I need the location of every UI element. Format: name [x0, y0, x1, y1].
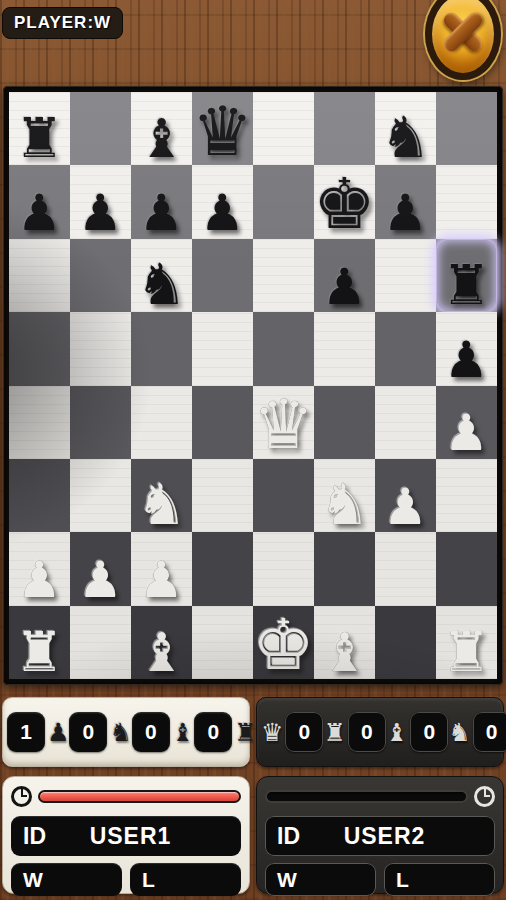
square-b4[interactable]: [70, 386, 131, 459]
piece-black-pawn[interactable]: ♟: [139, 190, 184, 238]
square-d4[interactable]: [192, 386, 253, 459]
bishop-icon: ♝: [386, 720, 408, 745]
square-c5[interactable]: [131, 312, 192, 385]
square-b6[interactable]: [70, 239, 131, 312]
wins-field-black: W: [265, 863, 376, 896]
square-e8[interactable]: [253, 92, 314, 165]
piece-white-rook[interactable]: ♜: [15, 626, 64, 678]
square-f5[interactable]: [314, 312, 375, 385]
square-g3[interactable]: ♟: [375, 459, 436, 532]
square-h4[interactable]: ♟: [436, 386, 497, 459]
square-g8[interactable]: ♞: [375, 92, 436, 165]
queen-icon: ♛: [261, 720, 283, 745]
captured-count-knight: 0: [69, 712, 107, 752]
losses-field-white: L: [130, 863, 241, 896]
square-e5[interactable]: [253, 312, 314, 385]
square-d5[interactable]: [192, 312, 253, 385]
square-a6[interactable]: [9, 239, 70, 312]
square-h7[interactable]: [436, 165, 497, 238]
square-f8[interactable]: [314, 92, 375, 165]
square-e3[interactable]: [253, 459, 314, 532]
pawn-icon: ♟: [47, 720, 69, 745]
square-c3[interactable]: ♞: [131, 459, 192, 532]
square-d6[interactable]: [192, 239, 253, 312]
square-g5[interactable]: [375, 312, 436, 385]
bishop-icon: ♝: [172, 720, 194, 745]
piece-white-king[interactable]: ♚: [252, 612, 315, 679]
square-a7[interactable]: ♟: [9, 165, 70, 238]
square-b5[interactable]: [70, 312, 131, 385]
square-b2[interactable]: ♟: [70, 532, 131, 605]
wins-field-white: W: [11, 863, 122, 896]
square-g7[interactable]: ♟: [375, 165, 436, 238]
player-panel-white: ID USER1 W L: [2, 776, 250, 894]
captured-count-bishop: 0: [132, 712, 170, 752]
piece-white-pawn[interactable]: ♟: [383, 484, 428, 532]
piece-black-pawn[interactable]: ♟: [200, 190, 245, 238]
timer-bar-white: [38, 790, 241, 803]
square-g6[interactable]: [375, 239, 436, 312]
square-a5[interactable]: [9, 312, 70, 385]
captured-count-rook: 0: [348, 712, 386, 752]
square-d7[interactable]: ♟: [192, 165, 253, 238]
piece-black-pawn[interactable]: ♟: [444, 337, 489, 385]
piece-white-bishop[interactable]: ♝: [138, 628, 186, 678]
piece-black-pawn[interactable]: ♟: [17, 190, 62, 238]
captured-counter-knight: ♞0: [448, 712, 506, 752]
square-a4[interactable]: [9, 386, 70, 459]
square-d3[interactable]: [192, 459, 253, 532]
rook-icon: ♜: [323, 720, 345, 745]
piece-white-rook[interactable]: ♜: [442, 626, 491, 678]
square-c2[interactable]: ♟: [131, 532, 192, 605]
id-label: ID: [277, 823, 300, 850]
piece-black-pawn[interactable]: ♟: [322, 264, 367, 312]
square-e7[interactable]: [253, 165, 314, 238]
square-a8[interactable]: ♜: [9, 92, 70, 165]
captured-counter-queen: ♛0: [261, 712, 323, 752]
piece-black-bishop[interactable]: ♝: [138, 114, 186, 164]
piece-black-knight[interactable]: ♞: [380, 110, 431, 164]
player-name: USER2: [300, 823, 469, 850]
chess-board-frame: ♜♝♛♞♟♟♟♟♚♟♞♟♜♟♛♟♞♞♟♟♟♟♜♝♚♝♜: [3, 86, 503, 685]
square-d2[interactable]: [192, 532, 253, 605]
piece-black-rook[interactable]: ♜: [442, 259, 491, 311]
square-e4[interactable]: ♛: [253, 386, 314, 459]
rook-icon: ♜: [234, 720, 256, 745]
piece-black-pawn[interactable]: ♟: [78, 190, 123, 238]
captured-tray-black-player: ♛0♜0♝0♞0♟1: [256, 697, 504, 767]
square-c4[interactable]: [131, 386, 192, 459]
square-c7[interactable]: ♟: [131, 165, 192, 238]
square-c6[interactable]: ♞: [131, 239, 192, 312]
piece-black-king[interactable]: ♚: [313, 171, 376, 238]
square-b1[interactable]: [70, 606, 131, 679]
square-f2[interactable]: [314, 532, 375, 605]
clock-icon: [474, 786, 495, 807]
captured-counter-bishop: 0♝: [132, 712, 194, 752]
player-name: USER1: [46, 823, 215, 850]
knight-icon: ♞: [109, 720, 131, 745]
piece-white-knight[interactable]: ♞: [136, 477, 187, 531]
square-a3[interactable]: [9, 459, 70, 532]
id-field-black: ID USER2: [265, 816, 495, 856]
square-e2[interactable]: [253, 532, 314, 605]
square-g4[interactable]: [375, 386, 436, 459]
square-h8[interactable]: [436, 92, 497, 165]
captured-count-pawn: 1: [7, 712, 45, 752]
square-b3[interactable]: [70, 459, 131, 532]
piece-black-knight[interactable]: ♞: [136, 257, 187, 311]
square-d8[interactable]: ♛: [192, 92, 253, 165]
piece-white-queen[interactable]: ♛: [253, 393, 314, 458]
losses-field-black: L: [384, 863, 495, 896]
square-d1[interactable]: [192, 606, 253, 679]
square-h6[interactable]: ♜: [436, 239, 497, 312]
square-e6[interactable]: [253, 239, 314, 312]
piece-black-pawn[interactable]: ♟: [383, 190, 428, 238]
piece-white-pawn[interactable]: ♟: [17, 557, 62, 605]
player-turn-badge: PLAYER:W: [2, 7, 123, 39]
timer-bar-black: [265, 790, 468, 803]
id-field-white: ID USER1: [11, 816, 241, 856]
square-f1[interactable]: ♝: [314, 606, 375, 679]
captured-counter-bishop: ♝0: [386, 712, 448, 752]
square-f7[interactable]: ♚: [314, 165, 375, 238]
square-c1[interactable]: ♝: [131, 606, 192, 679]
piece-white-bishop[interactable]: ♝: [321, 628, 369, 678]
captured-counter-rook: 0♜: [194, 712, 256, 752]
square-a2[interactable]: ♟: [9, 532, 70, 605]
captured-count-queen: 0: [285, 712, 323, 752]
piece-white-pawn[interactable]: ♟: [139, 557, 184, 605]
square-g2[interactable]: [375, 532, 436, 605]
chess-board: ♜♝♛♞♟♟♟♟♚♟♞♟♜♟♛♟♞♞♟♟♟♟♜♝♚♝♜: [9, 92, 497, 679]
captured-count-knight: 0: [473, 712, 506, 752]
square-f6[interactable]: ♟: [314, 239, 375, 312]
square-c8[interactable]: ♝: [131, 92, 192, 165]
square-b8[interactable]: [70, 92, 131, 165]
square-a1[interactable]: ♜: [9, 606, 70, 679]
captured-counter-rook: ♜0: [323, 712, 385, 752]
captured-tray-white-player: 1♟0♞0♝0♜0♛: [2, 697, 250, 767]
square-h3[interactable]: [436, 459, 497, 532]
piece-white-pawn[interactable]: ♟: [444, 410, 489, 458]
captured-count-bishop: 0: [410, 712, 448, 752]
close-button[interactable]: [425, 0, 501, 80]
piece-white-pawn[interactable]: ♟: [78, 557, 123, 605]
piece-black-rook[interactable]: ♜: [15, 112, 64, 164]
id-label: ID: [23, 823, 46, 850]
square-f4[interactable]: [314, 386, 375, 459]
square-h1[interactable]: ♜: [436, 606, 497, 679]
piece-white-knight[interactable]: ♞: [319, 477, 370, 531]
square-e1[interactable]: ♚: [253, 606, 314, 679]
player-panel-black: ID USER2 W L: [256, 776, 504, 894]
square-h2[interactable]: [436, 532, 497, 605]
piece-black-queen[interactable]: ♛: [192, 100, 253, 165]
square-b7[interactable]: ♟: [70, 165, 131, 238]
captured-counter-knight: 0♞: [69, 712, 131, 752]
knight-icon: ♞: [448, 720, 470, 745]
captured-counter-pawn: 1♟: [7, 712, 69, 752]
square-h5[interactable]: ♟: [436, 312, 497, 385]
clock-icon: [11, 786, 32, 807]
square-g1[interactable]: [375, 606, 436, 679]
captured-count-rook: 0: [194, 712, 232, 752]
square-f3[interactable]: ♞: [314, 459, 375, 532]
